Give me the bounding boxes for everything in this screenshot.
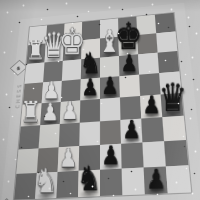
square-d4[interactable]: ♟ (80, 78, 100, 101)
photo-frame: CHESS ♞ ♞ ♜♛♚♝♚♞♟♟♟♟♜♟♟♟♛♟♟♟♞♞♟ (0, 0, 200, 200)
square-h5[interactable] (100, 169, 122, 196)
square-f6[interactable]: ♟ (120, 119, 142, 144)
square-f4[interactable] (79, 121, 100, 146)
square-c1[interactable] (25, 62, 45, 83)
black-knight-h4[interactable]: ♞ (77, 162, 102, 196)
white-rook-e1[interactable]: ♜ (20, 98, 41, 127)
square-c3[interactable] (62, 59, 81, 81)
square-e5[interactable] (100, 98, 120, 122)
square-c7[interactable] (138, 53, 159, 75)
square-a8[interactable] (155, 13, 176, 33)
black-pawn-d5[interactable]: ♟ (101, 74, 119, 98)
chess-board: CHESS ♞ ♞ ♜♛♚♝♚♞♟♟♟♟♜♟♟♟♛♟♟♟♞♞♟ (0, 3, 200, 200)
square-h4[interactable]: ♞ (78, 170, 100, 197)
square-d6[interactable] (119, 75, 140, 98)
black-queen-e8[interactable]: ♛ (159, 78, 188, 117)
white-pawn-e3[interactable]: ♟ (61, 99, 79, 123)
white-pawn-e2[interactable]: ♟ (41, 100, 59, 124)
square-f8[interactable] (162, 116, 186, 141)
square-h8[interactable] (166, 165, 191, 193)
square-f1[interactable] (19, 125, 41, 149)
square-h7[interactable]: ♟ (144, 166, 168, 194)
square-f7[interactable] (141, 117, 164, 142)
film-grain-dark (0, 0, 1, 1)
square-h3[interactable] (56, 171, 78, 198)
square-e2[interactable]: ♟ (40, 102, 61, 125)
knight-logo-icon: ♞ (16, 65, 22, 71)
white-knight-h2[interactable]: ♞ (34, 165, 59, 199)
square-g6[interactable] (121, 142, 144, 168)
square-g8[interactable] (164, 140, 188, 167)
square-e4[interactable] (80, 99, 100, 123)
board-grid: ♜♛♚♝♚♞♟♟♟♟♜♟♟♟♛♟♟♟♞♞♟ (14, 13, 191, 200)
black-pawn-d4[interactable]: ♟ (81, 76, 99, 100)
square-h2[interactable]: ♞ (35, 172, 58, 199)
square-g5[interactable]: ♟ (100, 144, 122, 170)
black-pawn-f6[interactable]: ♟ (122, 117, 141, 143)
square-d5[interactable]: ♟ (100, 76, 120, 99)
square-e1[interactable]: ♜ (21, 103, 42, 126)
white-pawn-g3[interactable]: ♟ (59, 146, 78, 172)
square-c8[interactable] (158, 51, 180, 73)
square-e3[interactable]: ♟ (60, 100, 80, 124)
black-pawn-c6[interactable]: ♟ (121, 52, 138, 76)
square-f2[interactable] (39, 124, 60, 148)
film-grain-light (0, 0, 1, 1)
square-c6[interactable]: ♟ (119, 54, 139, 76)
black-pawn-h7[interactable]: ♟ (146, 166, 166, 193)
square-h6[interactable] (122, 168, 145, 196)
square-e8[interactable]: ♛ (161, 93, 184, 117)
square-b8[interactable] (156, 31, 177, 52)
black-pawn-g5[interactable]: ♟ (101, 143, 120, 169)
